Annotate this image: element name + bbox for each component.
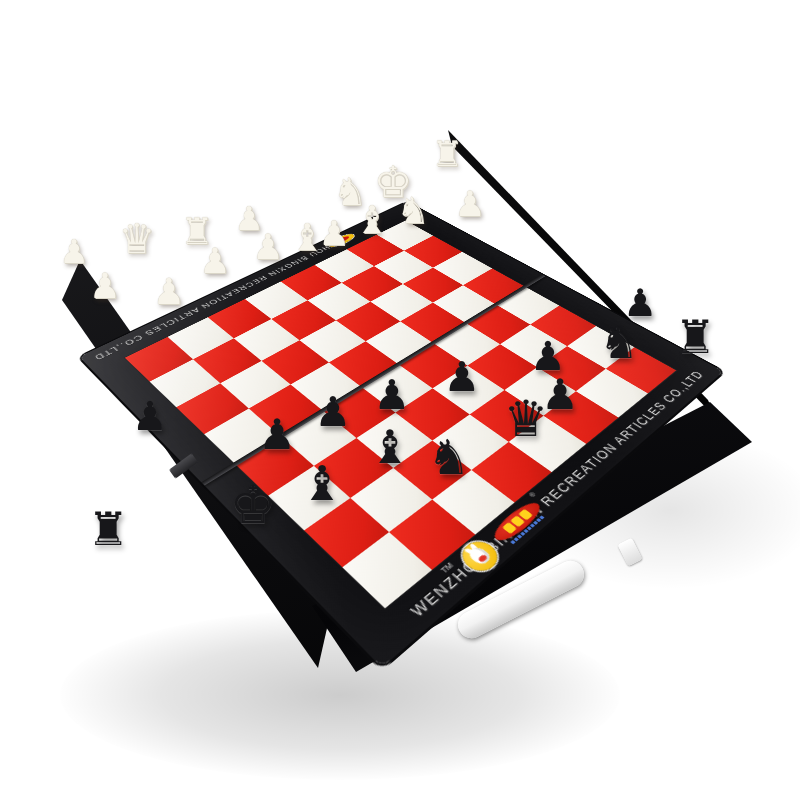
black-pawn: ♟ bbox=[623, 284, 657, 322]
chessboard-squares bbox=[123, 220, 677, 610]
folding-chess-case: WENZHOU BINGXIN RECREATION ARTICLES CO.,… bbox=[79, 202, 724, 668]
brand-oval-far-icon bbox=[331, 236, 350, 246]
black-rook: ♜ bbox=[87, 506, 128, 552]
white-queen: ♛ bbox=[119, 219, 156, 260]
white-pawn: ♟ bbox=[59, 235, 89, 268]
registered-mark: ® bbox=[528, 491, 537, 498]
product-photo: WENZHOU BINGXIN RECREATION ARTICLES CO.,… bbox=[0, 0, 800, 800]
chessboard-anchor: WENZHOU BINGXIN RECREATION ARTICLES CO.,… bbox=[170, 136, 626, 592]
